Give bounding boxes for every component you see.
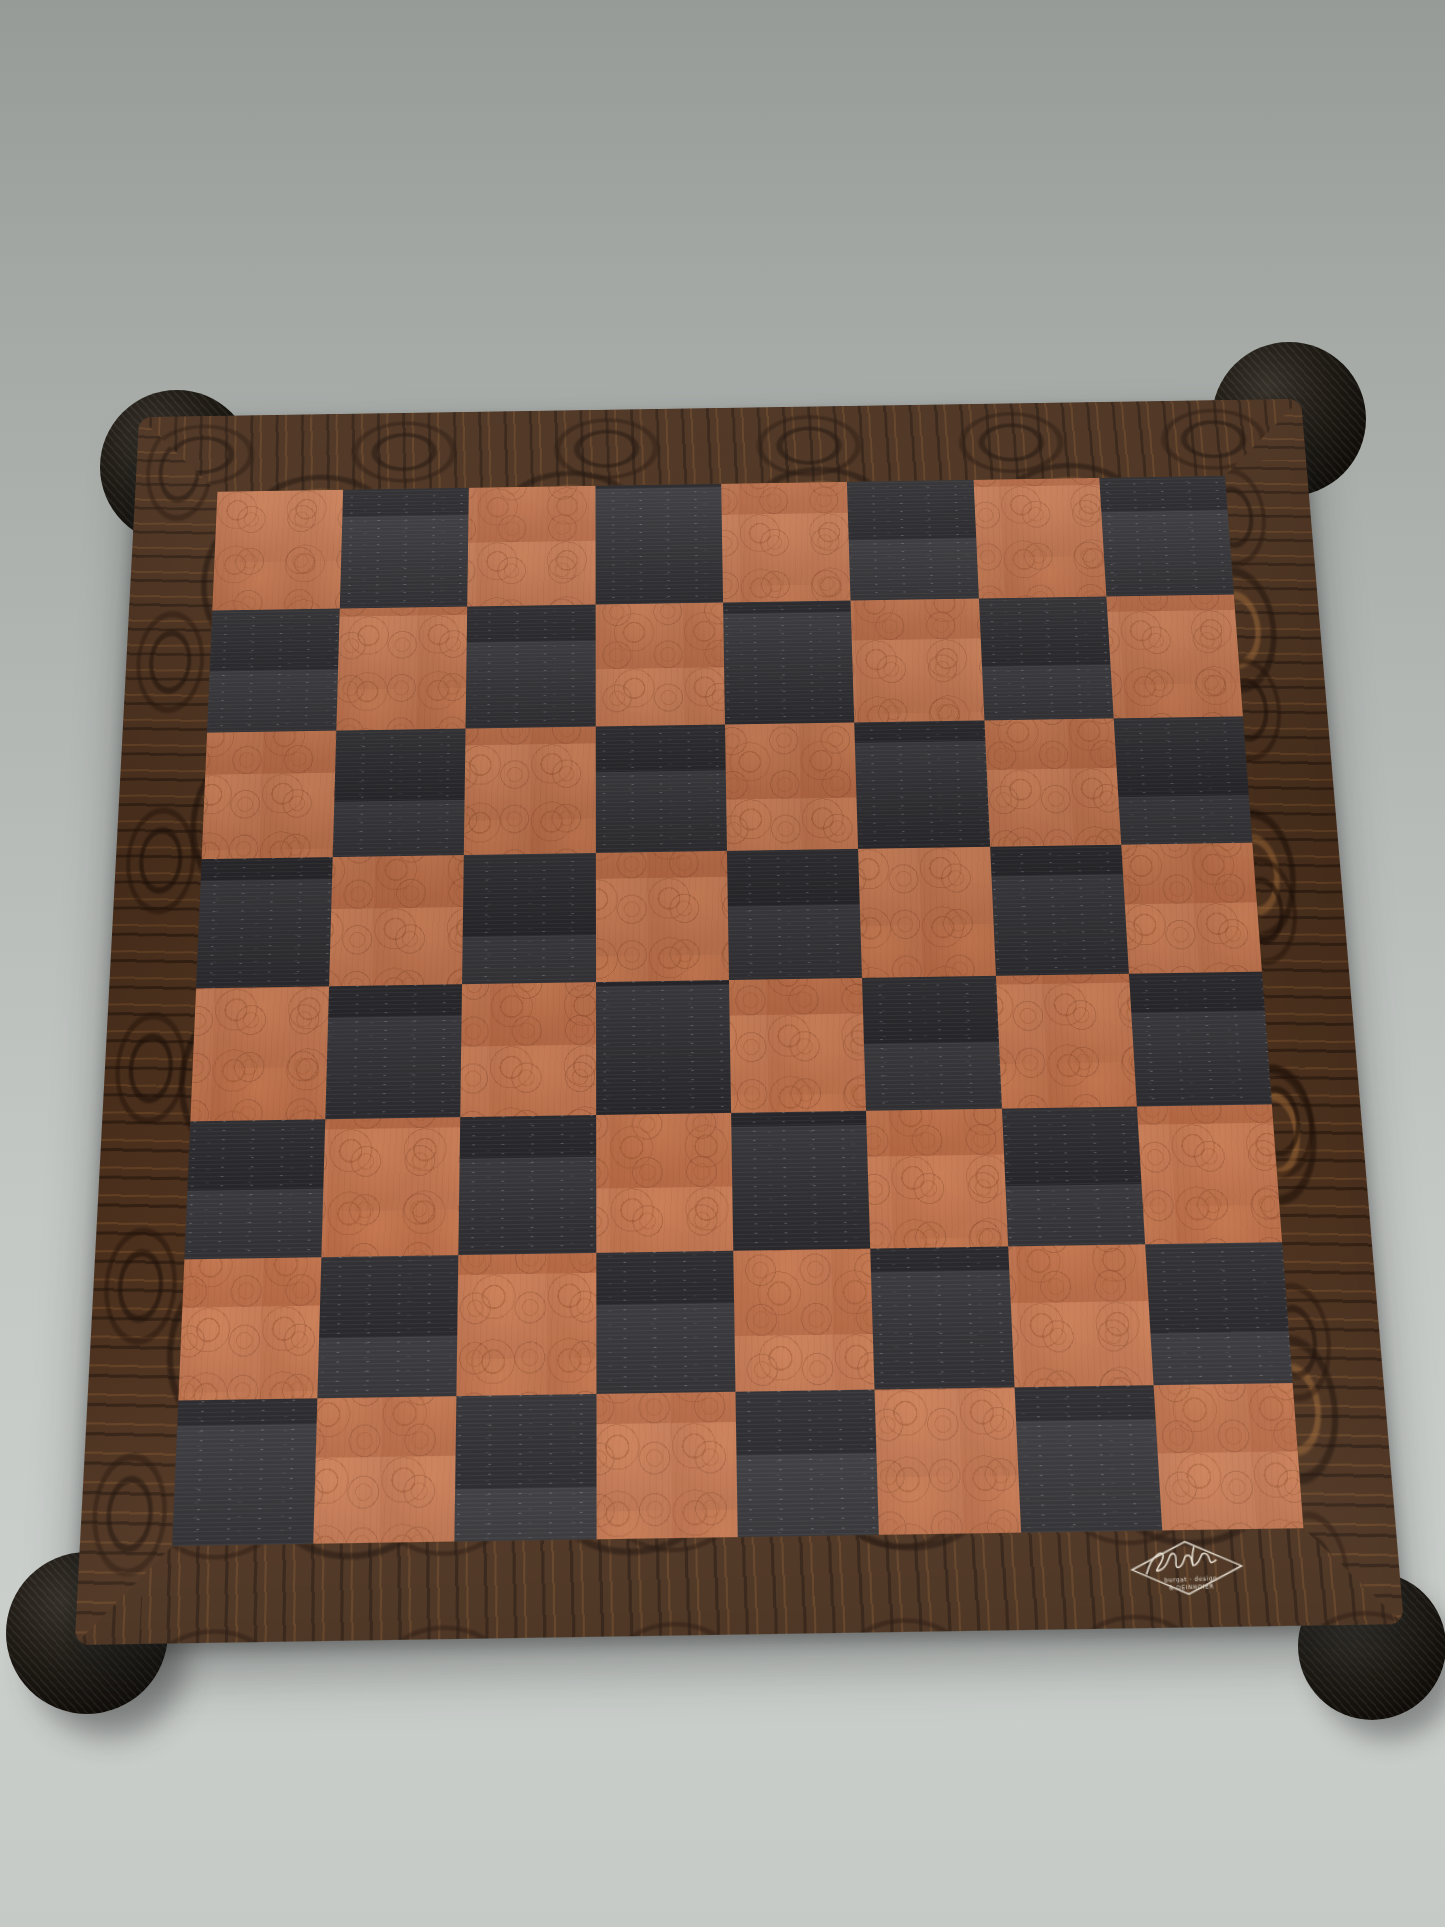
square-b8	[340, 488, 469, 609]
square-e6	[725, 723, 858, 851]
square-h2	[1145, 1242, 1293, 1385]
square-b6	[333, 729, 466, 857]
square-a8	[212, 490, 343, 611]
square-f7	[851, 599, 984, 723]
square-a7	[207, 609, 340, 733]
square-c1	[455, 1394, 596, 1542]
square-b1	[313, 1396, 456, 1544]
square-g5	[990, 844, 1129, 975]
square-d2	[596, 1250, 735, 1393]
square-c6	[464, 727, 595, 855]
square-a1	[172, 1398, 318, 1546]
square-b5	[329, 855, 464, 987]
square-b3	[321, 1117, 460, 1256]
square-g4	[996, 974, 1137, 1109]
square-g1	[1014, 1385, 1162, 1533]
chess-board: burgat · design & DEINHOIER	[75, 399, 1404, 1645]
square-f1	[875, 1387, 1021, 1535]
square-c5	[462, 853, 595, 985]
maker-logo-graphic: burgat · design & DEINHOIER	[1128, 1538, 1246, 1605]
square-e5	[727, 849, 862, 980]
square-a4	[190, 986, 329, 1121]
square-h7	[1106, 595, 1243, 719]
square-e3	[731, 1111, 870, 1250]
square-h8	[1099, 476, 1234, 597]
square-h1	[1153, 1383, 1303, 1531]
maker-logo: burgat · design & DEINHOIER	[1128, 1538, 1246, 1605]
square-a3	[184, 1120, 325, 1259]
square-f4	[862, 976, 1001, 1111]
square-b2	[317, 1255, 458, 1399]
square-h3	[1137, 1105, 1282, 1244]
square-h4	[1129, 972, 1272, 1107]
square-e8	[721, 482, 851, 603]
square-c4	[461, 982, 596, 1117]
square-g7	[979, 597, 1114, 721]
square-c3	[459, 1115, 596, 1254]
square-g2	[1008, 1244, 1154, 1387]
square-d6	[595, 725, 727, 853]
logo-text-line2: & DEINHOIER	[1169, 1584, 1215, 1592]
square-c7	[466, 605, 596, 729]
square-c2	[457, 1252, 596, 1396]
square-f5	[858, 846, 995, 977]
board-grid	[172, 476, 1304, 1546]
square-g3	[1002, 1107, 1145, 1246]
square-b7	[336, 607, 467, 731]
square-d8	[595, 484, 723, 605]
square-h6	[1114, 717, 1253, 845]
square-c8	[468, 486, 596, 607]
square-f8	[847, 480, 978, 601]
square-e7	[723, 601, 854, 725]
square-b4	[325, 984, 462, 1119]
square-e1	[735, 1389, 879, 1537]
square-f2	[870, 1246, 1014, 1389]
square-d3	[596, 1113, 733, 1252]
square-f3	[866, 1109, 1007, 1248]
square-e4	[729, 978, 866, 1113]
square-a6	[201, 731, 336, 859]
square-a2	[178, 1257, 321, 1401]
table-surface: burgat · design & DEINHOIER	[0, 0, 1445, 1927]
square-d7	[595, 603, 725, 727]
square-e2	[733, 1248, 875, 1391]
square-d5	[596, 851, 729, 982]
square-d4	[596, 980, 731, 1115]
square-a5	[196, 857, 333, 989]
chess-board-wrapper: burgat · design & DEINHOIER	[75, 399, 1404, 1645]
square-h5	[1121, 842, 1262, 973]
square-f6	[855, 721, 990, 849]
square-g8	[973, 478, 1106, 599]
square-d1	[596, 1392, 738, 1540]
square-g6	[984, 719, 1121, 847]
